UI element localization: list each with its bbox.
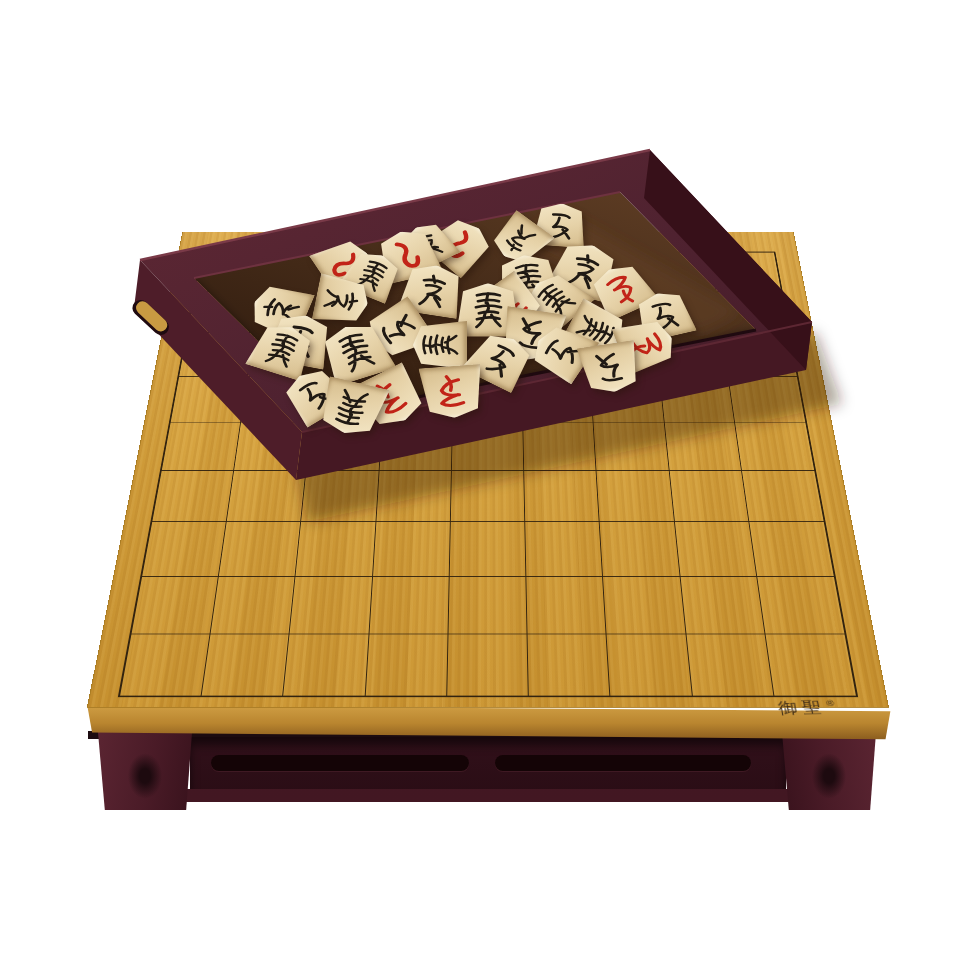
- shogi-piece[interactable]: [577, 340, 644, 396]
- shogi-piece[interactable]: [413, 321, 467, 369]
- piece-kanji-ink: [323, 381, 382, 432]
- piece-kanji-ink: [463, 290, 513, 333]
- tray-pieces: [0, 0, 960, 960]
- shogi-set-photo: 御聖®: [0, 0, 960, 960]
- piece-kanji-ink: [584, 344, 636, 389]
- piece-kanji-ink: [426, 368, 478, 413]
- shogi-piece[interactable]: [419, 364, 486, 420]
- piece-kanji-ink: [316, 279, 364, 321]
- piece-kanji-ink: [420, 326, 463, 364]
